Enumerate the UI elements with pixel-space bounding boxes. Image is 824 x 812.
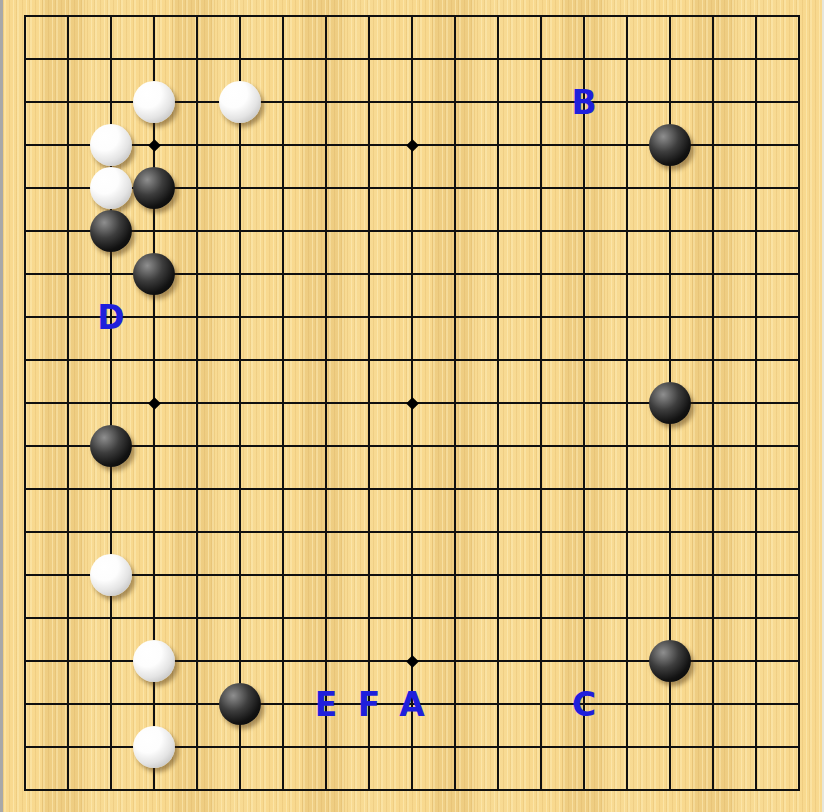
black-stone [133, 253, 175, 295]
star-point [406, 397, 419, 410]
white-stone [219, 81, 261, 123]
go-board-panel: ABCDEF [0, 0, 824, 812]
white-stone [90, 167, 132, 209]
white-stone [133, 640, 175, 682]
white-stone [133, 726, 175, 768]
black-stone [90, 425, 132, 467]
move-label-d[interactable]: D [97, 301, 124, 334]
white-stone [90, 124, 132, 166]
go-board[interactable]: ABCDEF [4, 0, 821, 812]
black-stone [133, 167, 175, 209]
black-stone [219, 683, 261, 725]
black-stone [649, 124, 691, 166]
black-stone [649, 640, 691, 682]
black-stone [649, 382, 691, 424]
star-point [148, 397, 161, 410]
star-point [148, 139, 161, 152]
move-label-c[interactable]: C [572, 688, 596, 721]
move-label-e[interactable]: E [315, 688, 338, 721]
black-stone [90, 210, 132, 252]
star-point [406, 139, 419, 152]
white-stone [133, 81, 175, 123]
move-label-b[interactable]: B [571, 86, 596, 119]
panel-left-edge [0, 0, 3, 812]
move-label-f[interactable]: F [358, 688, 381, 721]
white-stone [90, 554, 132, 596]
move-label-a[interactable]: A [399, 688, 425, 721]
star-point [406, 655, 419, 668]
